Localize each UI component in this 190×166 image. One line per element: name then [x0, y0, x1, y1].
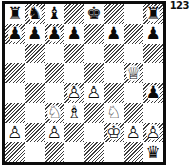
square-d3: ♗: [64, 103, 84, 123]
black-knight-piece: ♞: [27, 5, 42, 22]
square-b3: [25, 103, 45, 123]
square-f3: ♘: [104, 103, 124, 123]
square-e7: [84, 24, 104, 44]
square-f2: ♔: [104, 123, 124, 143]
square-e5: [84, 63, 104, 83]
square-g5: ♕: [124, 63, 144, 83]
white-pawn-piece: ♙: [146, 124, 161, 141]
black-pawn-piece: ♟: [146, 25, 161, 42]
square-a3: [5, 103, 25, 123]
square-a4: [5, 83, 25, 103]
square-f7: ♟: [104, 24, 124, 44]
square-d4: ♙: [64, 83, 84, 103]
white-pawn-piece: ♙: [67, 84, 82, 101]
square-d5: [64, 63, 84, 83]
square-a1: [5, 142, 25, 162]
square-c8: ♝: [45, 4, 65, 24]
square-h6: [143, 44, 163, 64]
black-pawn-piece: ♟: [67, 25, 82, 42]
white-king-piece: ♔: [106, 124, 121, 141]
square-g3: [124, 103, 144, 123]
black-pawn-piece: ♟: [27, 25, 42, 42]
square-f6: [104, 44, 124, 64]
square-a2: ♙: [5, 123, 25, 143]
white-knight-piece: ♘: [47, 104, 62, 121]
square-d8: [64, 4, 84, 24]
white-pawn-piece: ♙: [47, 124, 62, 141]
square-d7: ♟: [64, 24, 84, 44]
square-c3: ♘: [45, 103, 65, 123]
square-h2: ♙: [143, 123, 163, 143]
square-c7: ♟: [45, 24, 65, 44]
square-d1: [64, 142, 84, 162]
chess-board: ♜♞♝♚♜♟♟♟♟♟♟♕♙♙♟♘♗♘♙♙♔♙♙♛: [2, 1, 166, 165]
square-e8: ♚: [84, 4, 104, 24]
diagram-number-label: 123: [170, 0, 189, 11]
square-f5: [104, 63, 124, 83]
white-knight-piece: ♘: [106, 104, 121, 121]
square-c6: [45, 44, 65, 64]
square-e2: [84, 123, 104, 143]
square-b5: [25, 63, 45, 83]
square-d2: [64, 123, 84, 143]
square-a6: [5, 44, 25, 64]
white-pawn-piece: ♙: [126, 124, 141, 141]
square-g2: ♙: [124, 123, 144, 143]
square-e6: [84, 44, 104, 64]
white-bishop-piece: ♗: [67, 104, 82, 121]
square-g7: [124, 24, 144, 44]
black-pawn-piece: ♟: [146, 84, 161, 101]
square-b6: [25, 44, 45, 64]
black-king-piece: ♚: [86, 5, 101, 22]
square-g8: [124, 4, 144, 24]
square-a8: ♜: [5, 4, 25, 24]
square-h3: [143, 103, 163, 123]
square-h8: ♜: [143, 4, 163, 24]
square-e1: [84, 142, 104, 162]
square-e3: [84, 103, 104, 123]
square-g4: [124, 83, 144, 103]
square-f4: [104, 83, 124, 103]
square-b7: ♟: [25, 24, 45, 44]
black-queen-piece: ♛: [146, 144, 161, 161]
black-rook-piece: ♜: [146, 5, 161, 22]
square-b8: ♞: [25, 4, 45, 24]
black-rook-piece: ♜: [7, 5, 22, 22]
square-c5: [45, 63, 65, 83]
white-pawn-piece: ♙: [7, 124, 22, 141]
square-b2: [25, 123, 45, 143]
chess-diagram-page: ♜♞♝♚♜♟♟♟♟♟♟♕♙♙♟♘♗♘♙♙♔♙♙♛ 123: [0, 0, 190, 166]
square-h4: ♟: [143, 83, 163, 103]
square-b4: [25, 83, 45, 103]
square-d6: [64, 44, 84, 64]
square-a5: [5, 63, 25, 83]
square-a7: ♟: [5, 24, 25, 44]
black-pawn-piece: ♟: [106, 25, 121, 42]
square-b1: [25, 142, 45, 162]
black-bishop-piece: ♝: [47, 5, 62, 22]
square-h7: ♟: [143, 24, 163, 44]
black-pawn-piece: ♟: [7, 25, 22, 42]
square-f1: [104, 142, 124, 162]
square-h5: [143, 63, 163, 83]
white-queen-piece: ♕: [126, 65, 141, 82]
black-pawn-piece: ♟: [47, 25, 62, 42]
square-e4: ♙: [84, 83, 104, 103]
square-c4: [45, 83, 65, 103]
square-g1: [124, 142, 144, 162]
square-c1: [45, 142, 65, 162]
square-h1: ♛: [143, 142, 163, 162]
square-f8: [104, 4, 124, 24]
white-pawn-piece: ♙: [86, 84, 101, 101]
square-g6: [124, 44, 144, 64]
square-c2: ♙: [45, 123, 65, 143]
